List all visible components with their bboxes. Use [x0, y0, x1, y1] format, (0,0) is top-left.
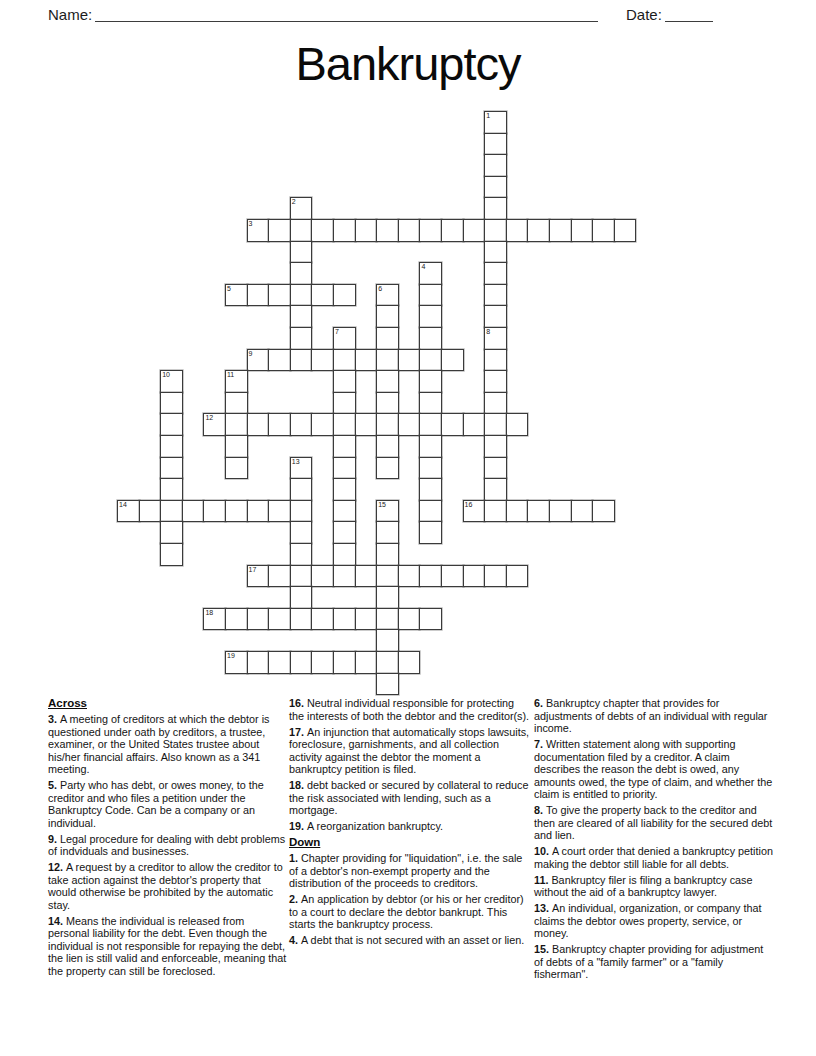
- grid-cell-r16c8: 13: [290, 457, 313, 480]
- grid-cell-r6c8: [290, 241, 313, 264]
- grid-cell-r18c8: [290, 500, 313, 523]
- grid-cell-r18c5: [225, 500, 248, 523]
- grid-cell-r5c12: [376, 219, 399, 242]
- date-label: Date:: [626, 6, 662, 23]
- grid-cell-r21c13: [398, 565, 421, 588]
- grid-cell-r14c11: [355, 413, 378, 436]
- clue-column-3: 6. Bankruptcy chapter that provides for …: [534, 697, 774, 984]
- grid-cell-r18c3: [182, 500, 205, 523]
- grid-cell-r5c10: [333, 219, 356, 242]
- grid-cell-r22c12: [376, 586, 399, 609]
- grid-cell-r8c8: [290, 284, 313, 307]
- grid-cell-r15c14: [419, 435, 442, 458]
- grid-cell-r13c2: [160, 392, 183, 415]
- grid-cell-r13c5: [225, 392, 248, 415]
- grid-cell-r18c20: [549, 500, 572, 523]
- grid-cell-r18c16: 16: [463, 500, 486, 523]
- name-label: Name:: [48, 6, 92, 23]
- clue-number-10: 10: [162, 371, 170, 379]
- clue-num-label: 15.: [534, 943, 552, 955]
- grid-cell-r21c14: [419, 565, 442, 588]
- grid-cell-r5c8: [290, 219, 313, 242]
- clue-num-label: 14.: [48, 915, 66, 927]
- grid-cell-r1c17: [484, 133, 507, 156]
- grid-cell-r15c12: [376, 435, 399, 458]
- clue-num-label: 19.: [289, 820, 307, 832]
- clue-num-label: 2.: [289, 893, 301, 905]
- grid-cell-r23c10: [333, 608, 356, 631]
- grid-cell-r8c7: [268, 284, 291, 307]
- clue-number-5: 5: [227, 285, 231, 293]
- grid-cell-r5c6: 3: [247, 219, 270, 242]
- grid-cell-r11c9: [311, 349, 334, 372]
- clue-num-label: 13.: [534, 902, 552, 914]
- clue-num-label: 3.: [48, 713, 60, 725]
- clue-item-across-5: 5. Party who has debt, or owes money, to…: [48, 779, 288, 829]
- grid-cell-r18c19: [527, 500, 550, 523]
- clue-column-1: Across3. A meeting of creditors at which…: [48, 697, 288, 981]
- grid-cell-r14c16: [463, 413, 486, 436]
- grid-cell-r10c10: 7: [333, 327, 356, 350]
- grid-cell-r16c10: [333, 457, 356, 480]
- clue-item-down-8: 8. To give the property back to the cred…: [534, 804, 774, 842]
- grid-cell-r18c0: 14: [117, 500, 140, 523]
- clue-item-down-10: 10. A court order that denied a bankrupt…: [534, 845, 774, 870]
- clue-num-label: 12.: [48, 861, 66, 873]
- grid-cell-r20c12: [376, 543, 399, 566]
- grid-cell-r11c11: [355, 349, 378, 372]
- grid-cell-r18c10: [333, 500, 356, 523]
- grid-cell-r5c22: [592, 219, 615, 242]
- grid-cell-r18c2: [160, 500, 183, 523]
- clue-number-6: 6: [378, 285, 382, 293]
- grid-cell-r11c12: [376, 349, 399, 372]
- grid-cell-r23c5: [225, 608, 248, 631]
- grid-cell-r18c7: [268, 500, 291, 523]
- grid-cell-r18c14: [419, 500, 442, 523]
- puzzle-title: Bankruptcy: [0, 36, 816, 91]
- grid-cell-r23c8: [290, 608, 313, 631]
- clue-number-15: 15: [378, 501, 386, 509]
- clue-number-7: 7: [335, 328, 339, 336]
- grid-cell-r18c21: [571, 500, 594, 523]
- grid-cell-r14c4: 12: [203, 413, 226, 436]
- grid-cell-r8c17: [484, 284, 507, 307]
- grid-cell-r20c8: [290, 543, 313, 566]
- clue-num-label: 4.: [289, 934, 301, 946]
- grid-cell-r11c8: [290, 349, 313, 372]
- grid-cell-r5c13: [398, 219, 421, 242]
- grid-cell-r7c17: [484, 262, 507, 285]
- grid-cell-r8c5: 5: [225, 284, 248, 307]
- grid-cell-r23c11: [355, 608, 378, 631]
- grid-cell-r9c8: [290, 305, 313, 328]
- grid-cell-r4c8: 2: [290, 197, 313, 220]
- clue-number-16: 16: [465, 501, 473, 509]
- grid-cell-r25c5: 19: [225, 651, 248, 674]
- clue-num-label: 17.: [289, 726, 307, 738]
- grid-cell-r11c14: [419, 349, 442, 372]
- clue-item-down-4: 4. A debt that is not secured with an as…: [289, 934, 532, 947]
- grid-cell-r24c12: [376, 629, 399, 652]
- grid-cell-r14c13: [398, 413, 421, 436]
- grid-cell-r20c10: [333, 543, 356, 566]
- down-header: Down: [289, 836, 532, 848]
- grid-cell-r25c12: [376, 651, 399, 674]
- grid-cell-r12c10: [333, 370, 356, 393]
- grid-cell-r21c17: [484, 565, 507, 588]
- grid-cell-r10c14: [419, 327, 442, 350]
- grid-cell-r9c12: [376, 305, 399, 328]
- clue-number-1: 1: [486, 112, 490, 120]
- clue-item-down-15: 15. Bankruptcy chapter providing for adj…: [534, 943, 774, 981]
- grid-cell-r18c17: [484, 500, 507, 523]
- clue-num-label: 5.: [48, 779, 60, 791]
- grid-cell-r7c14: 4: [419, 262, 442, 285]
- grid-cell-r5c19: [527, 219, 550, 242]
- grid-cell-r16c14: [419, 457, 442, 480]
- grid-cell-r25c6: [247, 651, 270, 674]
- grid-cell-r5c20: [549, 219, 572, 242]
- grid-cell-r16c12: [376, 457, 399, 480]
- grid-cell-r25c10: [333, 651, 356, 674]
- grid-cell-r9c17: [484, 305, 507, 328]
- clue-number-12: 12: [205, 414, 213, 422]
- clue-number-3: 3: [249, 220, 253, 228]
- grid-cell-r19c10: [333, 521, 356, 544]
- grid-cell-r14c8: [290, 413, 313, 436]
- grid-cell-r11c6: 9: [247, 349, 270, 372]
- clue-number-14: 14: [119, 501, 127, 509]
- grid-cell-r19c2: [160, 521, 183, 544]
- grid-cell-r3c17: [484, 176, 507, 199]
- clue-number-9: 9: [249, 350, 253, 358]
- grid-cell-r13c14: [419, 392, 442, 415]
- grid-cell-r18c1: [139, 500, 162, 523]
- clue-num-label: 9.: [48, 833, 60, 845]
- grid-cell-r10c12: [376, 327, 399, 350]
- clue-number-19: 19: [227, 652, 235, 660]
- clue-number-8: 8: [486, 328, 490, 336]
- grid-cell-r16c17: [484, 457, 507, 480]
- grid-cell-r21c12: [376, 565, 399, 588]
- grid-cell-r17c17: [484, 478, 507, 501]
- grid-cell-r18c12: 15: [376, 500, 399, 523]
- grid-cell-r25c7: [268, 651, 291, 674]
- grid-cell-r9c14: [419, 305, 442, 328]
- grid-cell-r15c10: [333, 435, 356, 458]
- grid-cell-r5c18: [506, 219, 529, 242]
- clue-num-label: 10.: [534, 845, 552, 857]
- grid-cell-r13c12: [376, 392, 399, 415]
- grid-cell-r4c17: [484, 197, 507, 220]
- grid-cell-r17c2: [160, 478, 183, 501]
- grid-cell-r16c5: [225, 457, 248, 480]
- grid-cell-r21c6: 17: [247, 565, 270, 588]
- grid-cell-r22c8: [290, 586, 313, 609]
- grid-cell-r19c14: [419, 521, 442, 544]
- grid-cell-r25c9: [311, 651, 334, 674]
- clue-num-label: 6.: [534, 697, 546, 709]
- grid-cell-r16c2: [160, 457, 183, 480]
- grid-cell-r12c14: [419, 370, 442, 393]
- grid-cell-r2c17: [484, 154, 507, 177]
- grid-cell-r8c14: [419, 284, 442, 307]
- grid-cell-r11c13: [398, 349, 421, 372]
- grid-cell-r18c6: [247, 500, 270, 523]
- grid-cell-r17c8: [290, 478, 313, 501]
- grid-cell-r11c15: [441, 349, 464, 372]
- worksheet-page: { "game": "crossword", "title": "Bankrup…: [0, 0, 816, 1056]
- date-blank-line: [665, 6, 713, 22]
- grid-cell-r14c10: [333, 413, 356, 436]
- grid-cell-r23c14: [419, 608, 442, 631]
- grid-cell-r14c2: [160, 413, 183, 436]
- grid-cell-r15c5: [225, 435, 248, 458]
- grid-cell-r8c12: 6: [376, 284, 399, 307]
- clue-item-across-14: 14. Means the individual is released fro…: [48, 915, 288, 978]
- grid-cell-r5c16: [463, 219, 486, 242]
- grid-cell-r23c9: [311, 608, 334, 631]
- grid-cell-r14c6: [247, 413, 270, 436]
- clue-number-2: 2: [292, 198, 296, 206]
- clue-item-down-6: 6. Bankruptcy chapter that provides for …: [534, 697, 774, 735]
- grid-cell-r8c9: [311, 284, 334, 307]
- clue-item-across-17: 17. An injunction that automatically sto…: [289, 726, 532, 776]
- grid-cell-r5c21: [571, 219, 594, 242]
- across-header: Across: [48, 697, 288, 709]
- grid-cell-r25c11: [355, 651, 378, 674]
- grid-cell-r5c7: [268, 219, 291, 242]
- clue-item-across-3: 3. A meeting of creditors at which the d…: [48, 713, 288, 776]
- clue-num-label: 16.: [289, 697, 307, 709]
- grid-cell-r23c6: [247, 608, 270, 631]
- clue-item-across-19: 19. A reorganization bankruptcy.: [289, 820, 532, 833]
- clue-num-label: 1.: [289, 852, 301, 864]
- grid-cell-r14c12: [376, 413, 399, 436]
- clue-item-down-11: 11. Bankruptcy filer is filing a bankrup…: [534, 874, 774, 899]
- grid-cell-r21c16: [463, 565, 486, 588]
- grid-cell-r23c13: [398, 608, 421, 631]
- grid-cell-r21c10: [333, 565, 356, 588]
- grid-cell-r14c17: [484, 413, 507, 436]
- grid-cell-r18c4: [203, 500, 226, 523]
- grid-cell-r14c18: [506, 413, 529, 436]
- grid-cell-r5c23: [614, 219, 637, 242]
- grid-cell-r17c14: [419, 478, 442, 501]
- grid-cell-r6c17: [484, 241, 507, 264]
- clue-num-label: 7.: [534, 738, 546, 750]
- grid-cell-r13c17: [484, 392, 507, 415]
- clue-number-4: 4: [421, 263, 425, 271]
- grid-cell-r11c17: [484, 349, 507, 372]
- grid-cell-r23c4: 18: [203, 608, 226, 631]
- grid-cell-r21c8: [290, 565, 313, 588]
- grid-cell-r5c14: [419, 219, 442, 242]
- name-blank-line: [95, 6, 598, 22]
- grid-cell-r11c7: [268, 349, 291, 372]
- grid-cell-r8c10: [333, 284, 356, 307]
- clue-num-label: 11.: [534, 874, 551, 886]
- grid-cell-r20c2: [160, 543, 183, 566]
- clue-num-label: 8.: [534, 804, 546, 816]
- grid-cell-r19c12: [376, 521, 399, 544]
- clue-item-across-16: 16. Neutral individual responsible for p…: [289, 697, 532, 722]
- grid-cell-r15c17: [484, 435, 507, 458]
- grid-cell-r12c12: [376, 370, 399, 393]
- grid-cell-r26c12: [376, 673, 399, 696]
- grid-cell-r14c9: [311, 413, 334, 436]
- grid-cell-r23c7: [268, 608, 291, 631]
- grid-cell-r17c10: [333, 478, 356, 501]
- grid-cell-r10c17: 8: [484, 327, 507, 350]
- clue-number-17: 17: [249, 566, 257, 574]
- grid-cell-r13c10: [333, 392, 356, 415]
- clue-number-18: 18: [205, 609, 213, 617]
- grid-cell-r11c10: [333, 349, 356, 372]
- clue-number-11: 11: [227, 371, 234, 379]
- grid-cell-r15c2: [160, 435, 183, 458]
- grid-cell-r21c11: [355, 565, 378, 588]
- grid-cell-r14c14: [419, 413, 442, 436]
- grid-cell-r18c22: [592, 500, 615, 523]
- grid-cell-r12c17: [484, 370, 507, 393]
- clue-column-2: 16. Neutral individual responsible for p…: [289, 697, 532, 950]
- grid-cell-r8c6: [247, 284, 270, 307]
- grid-cell-r5c15: [441, 219, 464, 242]
- grid-cell-r12c2: 10: [160, 370, 183, 393]
- clue-item-down-1: 1. Chapter providing for "liquidation", …: [289, 852, 532, 890]
- clue-num-label: 18.: [289, 779, 307, 791]
- grid-cell-r14c5: [225, 413, 248, 436]
- grid-cell-r5c11: [355, 219, 378, 242]
- grid-cell-r7c8: [290, 262, 313, 285]
- grid-cell-r21c15: [441, 565, 464, 588]
- grid-cell-r14c7: [268, 413, 291, 436]
- grid-cell-r25c13: [398, 651, 421, 674]
- clue-item-down-13: 13. An individual, organization, or comp…: [534, 902, 774, 940]
- grid-cell-r5c17: [484, 219, 507, 242]
- grid-cell-r0c17: 1: [484, 111, 507, 134]
- grid-cell-r21c18: [506, 565, 529, 588]
- clue-item-across-9: 9. Legal procedure for dealing with debt…: [48, 833, 288, 858]
- clue-item-down-7: 7. Written statement along with supporti…: [534, 738, 774, 801]
- grid-cell-r21c9: [311, 565, 334, 588]
- clue-item-across-12: 12. A request by a creditor to allow the…: [48, 861, 288, 911]
- grid-cell-r23c12: [376, 608, 399, 631]
- grid-cell-r10c8: [290, 327, 313, 350]
- grid-cell-r21c7: [268, 565, 291, 588]
- grid-cell-r14c15: [441, 413, 464, 436]
- clue-number-13: 13: [292, 458, 300, 466]
- grid-cell-r19c8: [290, 521, 313, 544]
- grid-cell-r5c9: [311, 219, 334, 242]
- grid-cell-r25c8: [290, 651, 313, 674]
- grid-cell-r18c18: [506, 500, 529, 523]
- clue-item-down-2: 2. An application by debtor (or his or h…: [289, 893, 532, 931]
- clue-item-across-18: 18. debt backed or secured by collateral…: [289, 779, 532, 817]
- grid-cell-r12c5: 11: [225, 370, 248, 393]
